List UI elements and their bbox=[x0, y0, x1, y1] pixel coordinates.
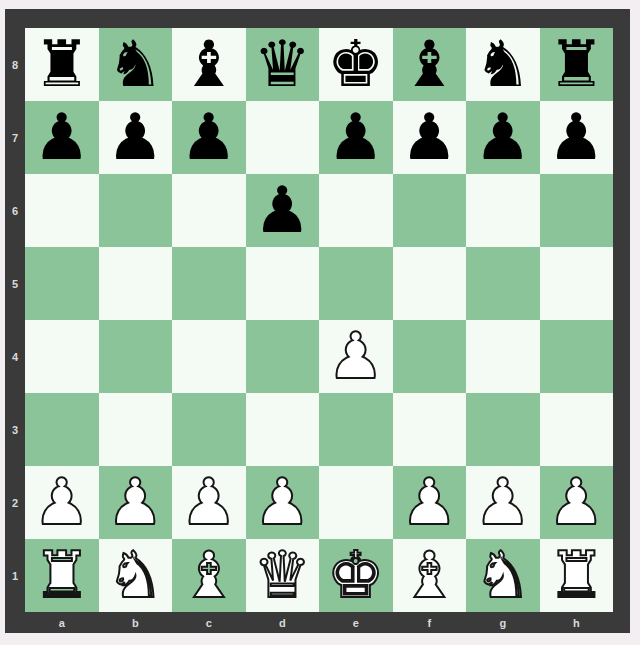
piece-black-pawn[interactable]: ♟ bbox=[254, 174, 311, 247]
square-f1[interactable]: ♝ bbox=[393, 539, 467, 612]
square-a2[interactable]: ♟ bbox=[25, 466, 99, 539]
square-c2[interactable]: ♟ bbox=[172, 466, 246, 539]
rank-label: 3 bbox=[5, 393, 25, 466]
square-f6[interactable] bbox=[393, 174, 467, 247]
square-d6[interactable]: ♟ bbox=[246, 174, 320, 247]
rank-labels: 87654321 bbox=[5, 28, 25, 612]
piece-white-pawn[interactable]: ♟ bbox=[33, 466, 90, 539]
piece-white-pawn[interactable]: ♟ bbox=[327, 320, 384, 393]
square-b4[interactable] bbox=[99, 320, 173, 393]
piece-black-pawn[interactable]: ♟ bbox=[401, 101, 458, 174]
square-a5[interactable] bbox=[25, 247, 99, 320]
piece-white-pawn[interactable]: ♟ bbox=[401, 466, 458, 539]
square-c7[interactable]: ♟ bbox=[172, 101, 246, 174]
rank-label: 7 bbox=[5, 101, 25, 174]
file-labels: abcdefgh bbox=[25, 612, 613, 633]
square-e2[interactable] bbox=[319, 466, 393, 539]
piece-white-pawn[interactable]: ♟ bbox=[107, 466, 164, 539]
square-e1[interactable]: ♚ bbox=[319, 539, 393, 612]
square-b2[interactable]: ♟ bbox=[99, 466, 173, 539]
square-d4[interactable] bbox=[246, 320, 320, 393]
piece-white-rook[interactable]: ♜ bbox=[33, 539, 90, 612]
square-g6[interactable] bbox=[466, 174, 540, 247]
piece-white-pawn[interactable]: ♟ bbox=[474, 466, 531, 539]
piece-white-rook[interactable]: ♜ bbox=[548, 539, 605, 612]
piece-white-knight[interactable]: ♞ bbox=[107, 539, 164, 612]
square-d2[interactable]: ♟ bbox=[246, 466, 320, 539]
piece-white-queen[interactable]: ♛ bbox=[254, 539, 311, 612]
file-label: d bbox=[246, 612, 320, 633]
rank-label: 5 bbox=[5, 247, 25, 320]
piece-black-king[interactable]: ♚ bbox=[327, 28, 384, 101]
square-d8[interactable]: ♛ bbox=[246, 28, 320, 101]
square-g7[interactable]: ♟ bbox=[466, 101, 540, 174]
square-h7[interactable]: ♟ bbox=[540, 101, 614, 174]
rank-label: 6 bbox=[5, 174, 25, 247]
square-d5[interactable] bbox=[246, 247, 320, 320]
square-e7[interactable]: ♟ bbox=[319, 101, 393, 174]
rank-label: 2 bbox=[5, 466, 25, 539]
square-a8[interactable]: ♜ bbox=[25, 28, 99, 101]
square-a1[interactable]: ♜ bbox=[25, 539, 99, 612]
file-label: f bbox=[393, 612, 467, 633]
square-h5[interactable] bbox=[540, 247, 614, 320]
rank-label: 4 bbox=[5, 320, 25, 393]
chess-board-frame: 87654321 ♜♞♝♛♚♝♞♜♟♟♟♟♟♟♟♟♟♟♟♟♟♟♟♟♜♞♝♛♚♝♞… bbox=[5, 9, 630, 633]
square-c1[interactable]: ♝ bbox=[172, 539, 246, 612]
square-d3[interactable] bbox=[246, 393, 320, 466]
piece-black-knight[interactable]: ♞ bbox=[107, 28, 164, 101]
square-a4[interactable] bbox=[25, 320, 99, 393]
piece-white-bishop[interactable]: ♝ bbox=[180, 539, 237, 612]
square-a3[interactable] bbox=[25, 393, 99, 466]
square-f5[interactable] bbox=[393, 247, 467, 320]
file-label: e bbox=[319, 612, 393, 633]
piece-black-rook[interactable]: ♜ bbox=[548, 28, 605, 101]
piece-black-queen[interactable]: ♛ bbox=[254, 28, 311, 101]
square-c3[interactable] bbox=[172, 393, 246, 466]
square-c8[interactable]: ♝ bbox=[172, 28, 246, 101]
piece-white-king[interactable]: ♚ bbox=[327, 539, 384, 612]
piece-black-bishop[interactable]: ♝ bbox=[401, 28, 458, 101]
square-a6[interactable] bbox=[25, 174, 99, 247]
rank-label: 8 bbox=[5, 28, 25, 101]
file-label: a bbox=[25, 612, 99, 633]
square-h6[interactable] bbox=[540, 174, 614, 247]
piece-white-bishop[interactable]: ♝ bbox=[401, 539, 458, 612]
square-c4[interactable] bbox=[172, 320, 246, 393]
square-f8[interactable]: ♝ bbox=[393, 28, 467, 101]
square-e5[interactable] bbox=[319, 247, 393, 320]
file-label: b bbox=[99, 612, 173, 633]
square-h1[interactable]: ♜ bbox=[540, 539, 614, 612]
file-label: g bbox=[466, 612, 540, 633]
square-b3[interactable] bbox=[99, 393, 173, 466]
piece-black-knight[interactable]: ♞ bbox=[474, 28, 531, 101]
piece-black-pawn[interactable]: ♟ bbox=[548, 101, 605, 174]
piece-white-knight[interactable]: ♞ bbox=[474, 539, 531, 612]
square-b1[interactable]: ♞ bbox=[99, 539, 173, 612]
file-label: c bbox=[172, 612, 246, 633]
square-f3[interactable] bbox=[393, 393, 467, 466]
square-g2[interactable]: ♟ bbox=[466, 466, 540, 539]
piece-black-bishop[interactable]: ♝ bbox=[180, 28, 237, 101]
file-label: h bbox=[540, 612, 614, 633]
square-g8[interactable]: ♞ bbox=[466, 28, 540, 101]
square-f7[interactable]: ♟ bbox=[393, 101, 467, 174]
piece-white-pawn[interactable]: ♟ bbox=[180, 466, 237, 539]
piece-black-rook[interactable]: ♜ bbox=[33, 28, 90, 101]
square-e6[interactable] bbox=[319, 174, 393, 247]
square-g3[interactable] bbox=[466, 393, 540, 466]
square-h8[interactable]: ♜ bbox=[540, 28, 614, 101]
square-c5[interactable] bbox=[172, 247, 246, 320]
square-f4[interactable] bbox=[393, 320, 467, 393]
square-f2[interactable]: ♟ bbox=[393, 466, 467, 539]
square-e8[interactable]: ♚ bbox=[319, 28, 393, 101]
square-g1[interactable]: ♞ bbox=[466, 539, 540, 612]
chess-board[interactable]: ♜♞♝♛♚♝♞♜♟♟♟♟♟♟♟♟♟♟♟♟♟♟♟♟♜♞♝♛♚♝♞♜ bbox=[25, 28, 613, 612]
piece-white-pawn[interactable]: ♟ bbox=[254, 466, 311, 539]
piece-black-pawn[interactable]: ♟ bbox=[327, 101, 384, 174]
piece-black-pawn[interactable]: ♟ bbox=[107, 101, 164, 174]
piece-white-pawn[interactable]: ♟ bbox=[548, 466, 605, 539]
piece-black-pawn[interactable]: ♟ bbox=[180, 101, 237, 174]
square-b6[interactable] bbox=[99, 174, 173, 247]
rank-label: 1 bbox=[5, 539, 25, 612]
square-h2[interactable]: ♟ bbox=[540, 466, 614, 539]
square-h3[interactable] bbox=[540, 393, 614, 466]
square-a7[interactable]: ♟ bbox=[25, 101, 99, 174]
piece-black-pawn[interactable]: ♟ bbox=[474, 101, 531, 174]
square-d1[interactable]: ♛ bbox=[246, 539, 320, 612]
piece-black-pawn[interactable]: ♟ bbox=[33, 101, 90, 174]
square-h4[interactable] bbox=[540, 320, 614, 393]
square-b5[interactable] bbox=[99, 247, 173, 320]
square-g4[interactable] bbox=[466, 320, 540, 393]
square-g5[interactable] bbox=[466, 247, 540, 320]
square-c6[interactable] bbox=[172, 174, 246, 247]
square-e3[interactable] bbox=[319, 393, 393, 466]
square-d7[interactable] bbox=[246, 101, 320, 174]
square-b7[interactable]: ♟ bbox=[99, 101, 173, 174]
square-e4[interactable]: ♟ bbox=[319, 320, 393, 393]
square-b8[interactable]: ♞ bbox=[99, 28, 173, 101]
